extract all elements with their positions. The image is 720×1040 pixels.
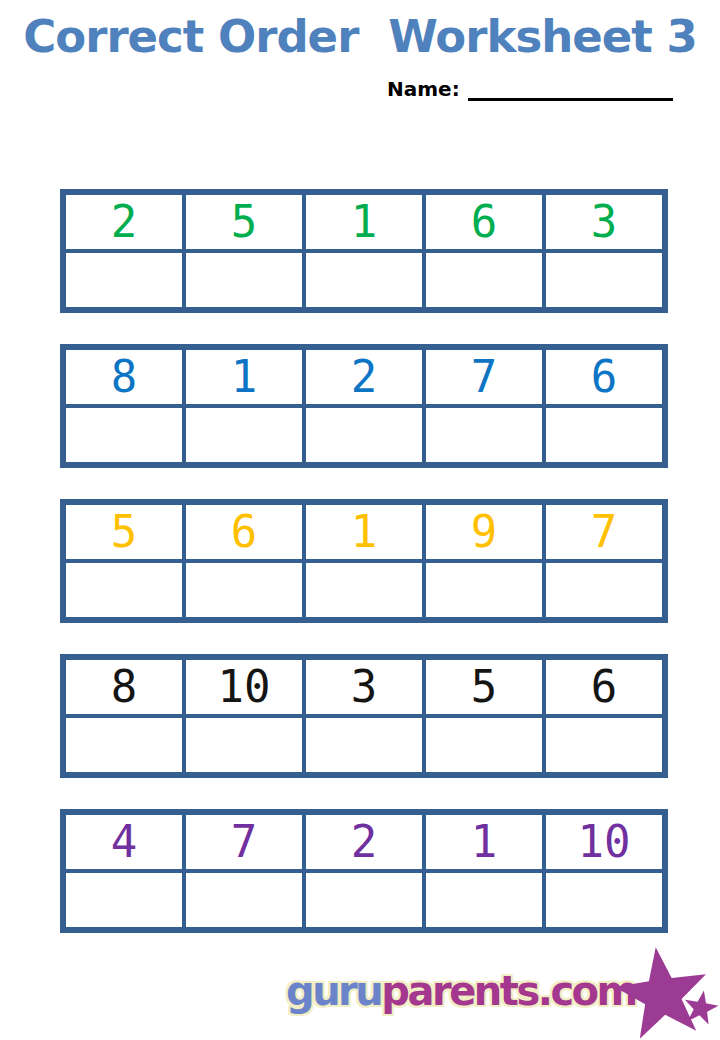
answer-cell-r2c3[interactable] xyxy=(304,406,424,464)
number-table-5: 472110 xyxy=(60,809,668,933)
name-row: Name: xyxy=(387,76,673,101)
given-number-cell-r1c2: 5 xyxy=(184,193,304,251)
given-number-cell-r4c5: 6 xyxy=(544,658,664,716)
answer-cell-r1c2[interactable] xyxy=(184,251,304,309)
number-table-4: 810356 xyxy=(60,654,668,778)
answer-cell-r1c3[interactable] xyxy=(304,251,424,309)
number-table-2: 81276 xyxy=(60,344,668,468)
answer-cell-r1c5[interactable] xyxy=(544,251,664,309)
given-number-cell-r3c2: 6 xyxy=(184,503,304,561)
given-number-cell-r1c1: 2 xyxy=(64,193,184,251)
answer-cell-r3c3[interactable] xyxy=(304,561,424,619)
answer-cell-r5c4[interactable] xyxy=(424,871,544,929)
number-table-3: 56197 xyxy=(60,499,668,623)
brand-logo: guruparents.com xyxy=(286,968,636,1014)
brand-guru-text: guru xyxy=(286,968,381,1014)
small-star-icon xyxy=(681,987,720,1026)
given-number-cell-r1c3: 1 xyxy=(304,193,424,251)
answer-cell-r2c4[interactable] xyxy=(424,406,544,464)
answer-cell-r3c2[interactable] xyxy=(184,561,304,619)
answer-cell-r5c1[interactable] xyxy=(64,871,184,929)
answer-cell-r2c2[interactable] xyxy=(184,406,304,464)
given-number-cell-r4c4: 5 xyxy=(424,658,544,716)
page-title: Correct Order Worksheet 3 xyxy=(0,10,720,63)
page-title-right: Worksheet 3 xyxy=(388,10,696,63)
answer-cell-r1c4[interactable] xyxy=(424,251,544,309)
answer-cell-r4c2[interactable] xyxy=(184,716,304,774)
given-number-cell-r2c1: 8 xyxy=(64,348,184,406)
given-number-cell-r3c4: 9 xyxy=(424,503,544,561)
given-number-cell-r2c3: 2 xyxy=(304,348,424,406)
name-label: Name: xyxy=(387,77,460,101)
answer-cell-r5c3[interactable] xyxy=(304,871,424,929)
answer-cell-r3c1[interactable] xyxy=(64,561,184,619)
given-number-cell-r5c1: 4 xyxy=(64,813,184,871)
answer-cell-r2c1[interactable] xyxy=(64,406,184,464)
answer-cell-r4c4[interactable] xyxy=(424,716,544,774)
given-number-cell-r5c4: 1 xyxy=(424,813,544,871)
name-fill-in-line[interactable] xyxy=(468,76,673,101)
given-number-cell-r3c3: 1 xyxy=(304,503,424,561)
given-number-cell-r4c3: 3 xyxy=(304,658,424,716)
answer-cell-r4c1[interactable] xyxy=(64,716,184,774)
given-number-cell-r5c3: 2 xyxy=(304,813,424,871)
brand-parents-text: parents.com xyxy=(381,968,635,1014)
given-number-cell-r1c4: 6 xyxy=(424,193,544,251)
given-number-cell-r4c1: 8 xyxy=(64,658,184,716)
answer-cell-r3c4[interactable] xyxy=(424,561,544,619)
given-number-cell-r4c2: 10 xyxy=(184,658,304,716)
answer-cell-r5c5[interactable] xyxy=(544,871,664,929)
answer-cell-r3c5[interactable] xyxy=(544,561,664,619)
answer-cell-r1c1[interactable] xyxy=(64,251,184,309)
answer-cell-r4c5[interactable] xyxy=(544,716,664,774)
given-number-cell-r5c5: 10 xyxy=(544,813,664,871)
given-number-cell-r2c4: 7 xyxy=(424,348,544,406)
given-number-cell-r2c5: 6 xyxy=(544,348,664,406)
given-number-cell-r3c1: 5 xyxy=(64,503,184,561)
given-number-cell-r3c5: 7 xyxy=(544,503,664,561)
answer-cell-r2c5[interactable] xyxy=(544,406,664,464)
given-number-cell-r2c2: 1 xyxy=(184,348,304,406)
answer-cell-r5c2[interactable] xyxy=(184,871,304,929)
page-title-left: Correct Order xyxy=(23,10,358,63)
given-number-cell-r1c5: 3 xyxy=(544,193,664,251)
number-table-1: 25163 xyxy=(60,189,668,313)
answer-cell-r4c3[interactable] xyxy=(304,716,424,774)
given-number-cell-r5c2: 7 xyxy=(184,813,304,871)
